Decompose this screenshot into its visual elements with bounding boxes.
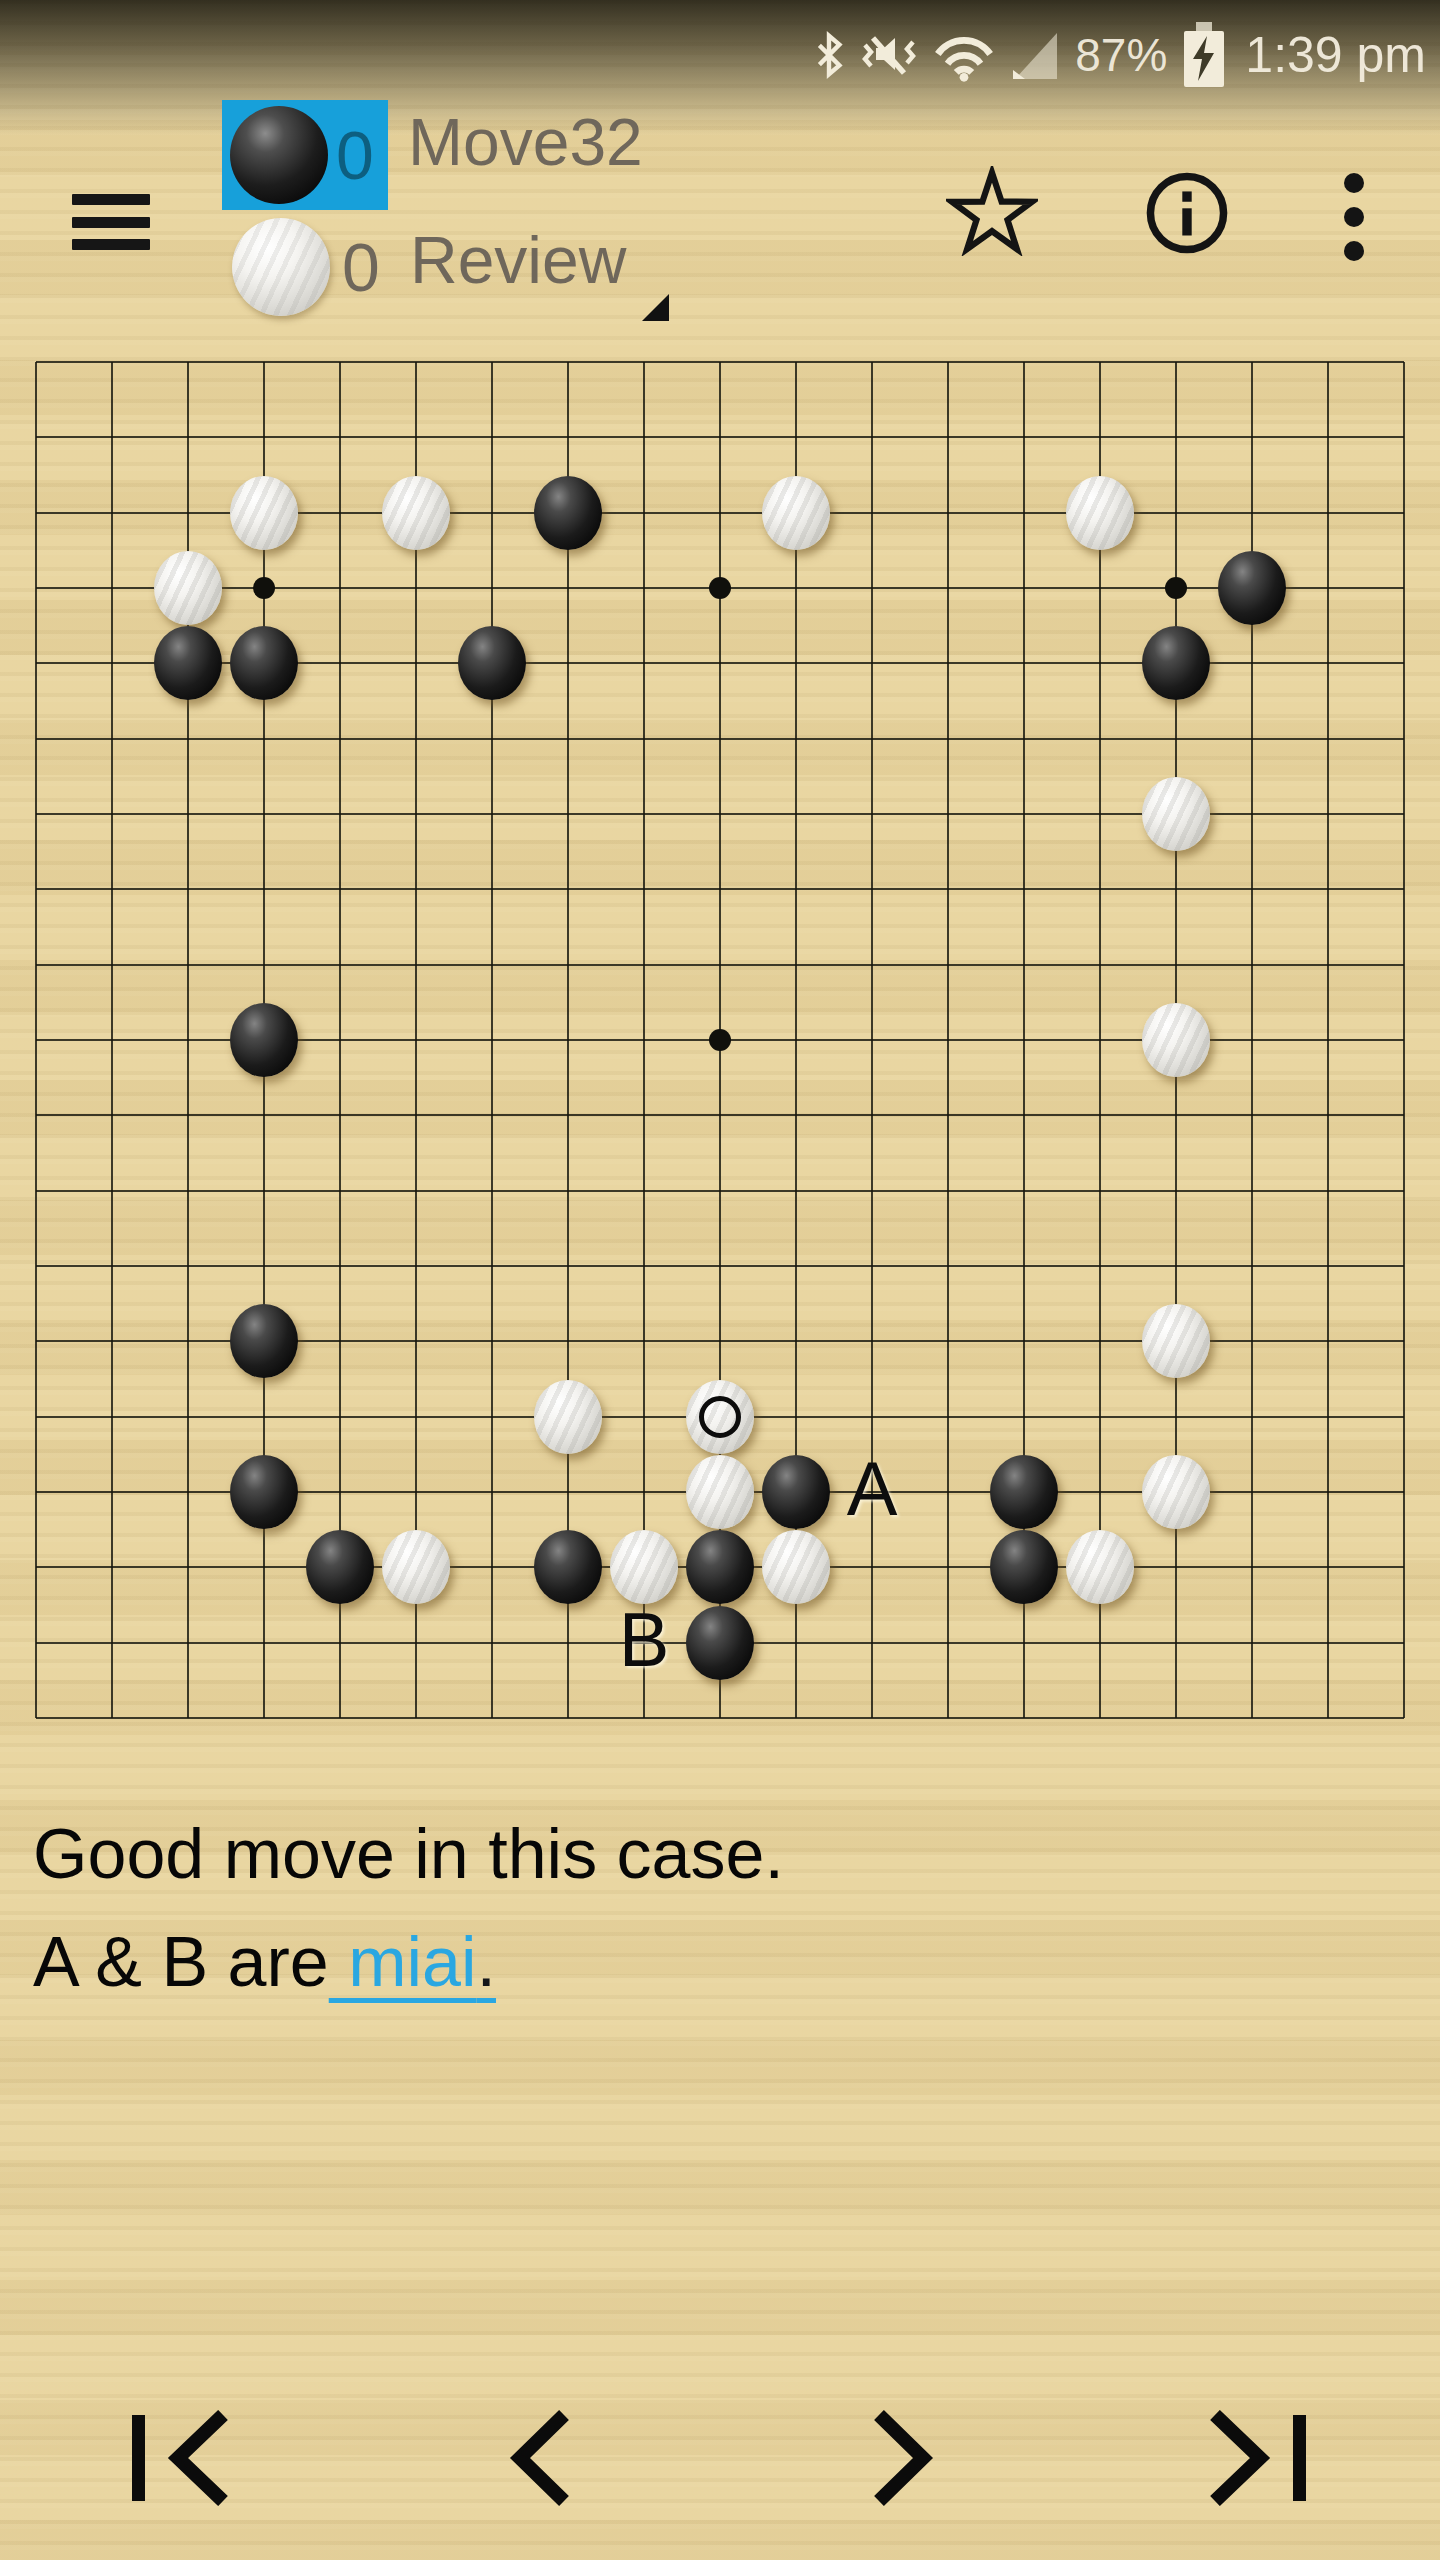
hoshi-point: [709, 577, 731, 599]
stone-black[interactable]: [306, 1530, 374, 1604]
last-move-button[interactable]: [1200, 2410, 1312, 2510]
miai-link[interactable]: miai.: [329, 1923, 496, 2001]
next-move-button[interactable]: [865, 2410, 937, 2510]
stone-white[interactable]: [382, 476, 450, 550]
hoshi-point: [253, 577, 275, 599]
stone-white[interactable]: [154, 551, 222, 625]
stone-white[interactable]: [534, 1380, 602, 1454]
grid-line: [1403, 362, 1405, 1718]
stone-black[interactable]: [230, 1304, 298, 1378]
move-number-label: Move32: [408, 104, 643, 180]
grid-line: [36, 1265, 1404, 1267]
stone-white[interactable]: [382, 1530, 450, 1604]
clock: 1:39 pm: [1245, 26, 1426, 84]
signal-icon: [1010, 28, 1060, 82]
white-player-capture-box[interactable]: 0: [232, 218, 380, 316]
mute-vibrate-icon: [860, 27, 918, 83]
stone-white[interactable]: [1142, 1003, 1210, 1077]
last-move-marker-icon: [699, 1396, 741, 1438]
stone-white[interactable]: [762, 1530, 830, 1604]
grid-line: [947, 362, 949, 1718]
bluetooth-icon: [813, 27, 845, 83]
stone-white[interactable]: [1142, 777, 1210, 851]
hoshi-point: [1165, 577, 1187, 599]
stone-white[interactable]: [686, 1380, 754, 1454]
wifi-icon: [933, 27, 995, 83]
comment-line1: Good move in this case.: [33, 1800, 784, 1908]
stone-white[interactable]: [610, 1530, 678, 1604]
go-board[interactable]: AB: [36, 362, 1404, 1718]
hoshi-point: [709, 1029, 731, 1051]
stone-black[interactable]: [990, 1530, 1058, 1604]
stone-black[interactable]: [230, 1003, 298, 1077]
stone-black[interactable]: [686, 1530, 754, 1604]
first-move-button[interactable]: [126, 2410, 238, 2510]
stone-black[interactable]: [686, 1606, 754, 1680]
mode-selector[interactable]: Review: [410, 222, 626, 298]
black-player-capture-box[interactable]: 0: [222, 100, 388, 210]
move-comment: Good move in this case. A & B are miai.: [33, 1800, 784, 2016]
stone-black[interactable]: [230, 1455, 298, 1529]
grid-line: [1099, 362, 1101, 1718]
info-icon[interactable]: [1142, 168, 1232, 262]
grid-line: [36, 1190, 1404, 1192]
star-icon[interactable]: [946, 166, 1038, 260]
board-label-A[interactable]: A: [847, 1445, 898, 1532]
grid-line: [36, 1114, 1404, 1116]
grid-line: [36, 1717, 1404, 1719]
menu-icon[interactable]: [72, 194, 150, 250]
stone-black[interactable]: [1218, 551, 1286, 625]
stone-white[interactable]: [230, 476, 298, 550]
stone-black[interactable]: [534, 476, 602, 550]
grid-line: [1327, 362, 1329, 1718]
stone-white[interactable]: [1066, 1530, 1134, 1604]
battery-percent: 87%: [1075, 28, 1167, 82]
white-stone-icon: [232, 218, 330, 316]
stone-white[interactable]: [762, 476, 830, 550]
stone-white[interactable]: [1066, 476, 1134, 550]
stone-white[interactable]: [686, 1455, 754, 1529]
stone-black[interactable]: [534, 1530, 602, 1604]
stone-black[interactable]: [458, 626, 526, 700]
stone-black[interactable]: [1142, 626, 1210, 700]
stone-black[interactable]: [230, 626, 298, 700]
stone-black[interactable]: [762, 1455, 830, 1529]
comment-line2: A & B are miai.: [33, 1908, 784, 2016]
overflow-menu-icon[interactable]: [1342, 172, 1366, 266]
battery-charging-icon: [1182, 22, 1226, 88]
board-label-B[interactable]: B: [619, 1596, 670, 1683]
stone-white[interactable]: [1142, 1304, 1210, 1378]
white-capture-count: 0: [342, 228, 380, 306]
stone-white[interactable]: [1142, 1455, 1210, 1529]
stone-black[interactable]: [990, 1455, 1058, 1529]
black-capture-count: 0: [336, 116, 374, 194]
dropdown-caret-icon: [642, 294, 669, 321]
black-stone-icon: [230, 106, 328, 204]
previous-move-button[interactable]: [506, 2410, 578, 2510]
stone-black[interactable]: [154, 626, 222, 700]
status-bar: 87% 1:39 pm: [813, 0, 1426, 110]
